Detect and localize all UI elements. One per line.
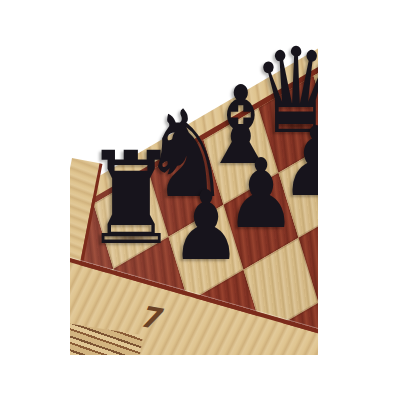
board-photo: 7 ♜♞♝♛♟♟♟ <box>70 22 318 355</box>
black-pawn-d7: ♟ <box>167 178 246 274</box>
